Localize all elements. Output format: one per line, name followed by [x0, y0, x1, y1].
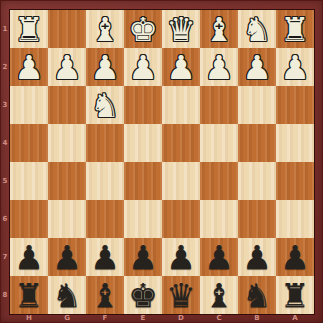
square-b1[interactable]: ♞ [238, 10, 276, 48]
black-knight-b8[interactable]: ♞ [238, 276, 276, 314]
square-c3[interactable] [200, 86, 238, 124]
black-pawn-e7[interactable]: ♟ [124, 238, 162, 276]
square-c1[interactable]: ♝ [200, 10, 238, 48]
file-label-d: D [162, 313, 200, 323]
rank-label-7: 7 [0, 238, 10, 276]
square-g1[interactable] [48, 10, 86, 48]
square-a3[interactable] [276, 86, 314, 124]
square-d6[interactable] [162, 200, 200, 238]
square-e7[interactable]: ♟ [124, 238, 162, 276]
black-king-e8[interactable]: ♚ [124, 276, 162, 314]
square-f7[interactable]: ♟ [86, 238, 124, 276]
black-pawn-h7[interactable]: ♟ [10, 238, 48, 276]
square-a4[interactable] [276, 124, 314, 162]
black-pawn-c7[interactable]: ♟ [200, 238, 238, 276]
file-label-c: C [200, 313, 238, 323]
square-e8[interactable]: ♚ [124, 276, 162, 314]
square-d7[interactable]: ♟ [162, 238, 200, 276]
white-rook-h1[interactable]: ♜ [10, 10, 48, 48]
black-pawn-d7[interactable]: ♟ [162, 238, 200, 276]
square-e5[interactable] [124, 162, 162, 200]
white-pawn-g2[interactable]: ♟ [48, 48, 86, 86]
rank-label-2: 2 [0, 48, 10, 86]
square-c4[interactable] [200, 124, 238, 162]
file-label-f: F [86, 313, 124, 323]
square-e4[interactable] [124, 124, 162, 162]
file-label-b: B [238, 313, 276, 323]
file-label-g: G [48, 313, 86, 323]
square-h6[interactable] [10, 200, 48, 238]
square-f5[interactable] [86, 162, 124, 200]
square-d3[interactable] [162, 86, 200, 124]
square-d8[interactable]: ♛ [162, 276, 200, 314]
square-b6[interactable] [238, 200, 276, 238]
square-c2[interactable]: ♟ [200, 48, 238, 86]
square-b5[interactable] [238, 162, 276, 200]
square-a5[interactable] [276, 162, 314, 200]
square-h1[interactable]: ♜ [10, 10, 48, 48]
square-a8[interactable]: ♜ [276, 276, 314, 314]
square-f2[interactable]: ♟ [86, 48, 124, 86]
square-c6[interactable] [200, 200, 238, 238]
black-queen-d8[interactable]: ♛ [162, 276, 200, 314]
square-b4[interactable] [238, 124, 276, 162]
black-pawn-a7[interactable]: ♟ [276, 238, 314, 276]
square-f1[interactable]: ♝ [86, 10, 124, 48]
white-pawn-d2[interactable]: ♟ [162, 48, 200, 86]
square-g4[interactable] [48, 124, 86, 162]
square-c8[interactable]: ♝ [200, 276, 238, 314]
square-b2[interactable]: ♟ [238, 48, 276, 86]
black-pawn-b7[interactable]: ♟ [238, 238, 276, 276]
square-a2[interactable]: ♟ [276, 48, 314, 86]
square-c7[interactable]: ♟ [200, 238, 238, 276]
square-g7[interactable]: ♟ [48, 238, 86, 276]
square-h8[interactable]: ♜ [10, 276, 48, 314]
square-h7[interactable]: ♟ [10, 238, 48, 276]
white-bishop-f1[interactable]: ♝ [86, 10, 124, 48]
white-knight-b1[interactable]: ♞ [238, 10, 276, 48]
square-d4[interactable] [162, 124, 200, 162]
square-b3[interactable] [238, 86, 276, 124]
rank-label-5: 5 [0, 162, 10, 200]
white-rook-a1[interactable]: ♜ [276, 10, 314, 48]
black-bishop-f8[interactable]: ♝ [86, 276, 124, 314]
white-pawn-f2[interactable]: ♟ [86, 48, 124, 86]
square-g5[interactable] [48, 162, 86, 200]
square-e1[interactable]: ♚ [124, 10, 162, 48]
chess-board: ♜♝♚♛♝♞♜♟♟♟♟♟♟♟♟♞♟♟♟♟♟♟♟♟♜♞♝♚♛♝♞♜ [10, 10, 314, 314]
white-pawn-c2[interactable]: ♟ [200, 48, 238, 86]
white-pawn-a2[interactable]: ♟ [276, 48, 314, 86]
rank-label-6: 6 [0, 200, 10, 238]
square-f4[interactable] [86, 124, 124, 162]
square-f3[interactable]: ♞ [86, 86, 124, 124]
black-pawn-f7[interactable]: ♟ [86, 238, 124, 276]
square-e3[interactable] [124, 86, 162, 124]
white-pawn-b2[interactable]: ♟ [238, 48, 276, 86]
white-pawn-e2[interactable]: ♟ [124, 48, 162, 86]
square-g3[interactable] [48, 86, 86, 124]
black-rook-a8[interactable]: ♜ [276, 276, 314, 314]
chess-board-frame: ♜♝♚♛♝♞♜♟♟♟♟♟♟♟♟♞♟♟♟♟♟♟♟♟♜♞♝♚♛♝♞♜ 1234567… [0, 0, 323, 323]
square-e6[interactable] [124, 200, 162, 238]
rank-label-3: 3 [0, 86, 10, 124]
square-d5[interactable] [162, 162, 200, 200]
square-a7[interactable]: ♟ [276, 238, 314, 276]
square-g2[interactable]: ♟ [48, 48, 86, 86]
square-g6[interactable] [48, 200, 86, 238]
square-b7[interactable]: ♟ [238, 238, 276, 276]
square-f8[interactable]: ♝ [86, 276, 124, 314]
square-d1[interactable]: ♛ [162, 10, 200, 48]
white-knight-f3[interactable]: ♞ [86, 86, 124, 124]
black-pawn-g7[interactable]: ♟ [48, 238, 86, 276]
white-king-e1[interactable]: ♚ [124, 10, 162, 48]
file-label-a: A [276, 313, 314, 323]
file-label-h: H [10, 313, 48, 323]
rank-label-8: 8 [0, 276, 10, 314]
rank-label-1: 1 [0, 10, 10, 48]
black-bishop-c8[interactable]: ♝ [200, 276, 238, 314]
square-h2[interactable]: ♟ [10, 48, 48, 86]
white-pawn-h2[interactable]: ♟ [10, 48, 48, 86]
square-a1[interactable]: ♜ [276, 10, 314, 48]
white-queen-d1[interactable]: ♛ [162, 10, 200, 48]
square-b8[interactable]: ♞ [238, 276, 276, 314]
square-c5[interactable] [200, 162, 238, 200]
black-rook-h8[interactable]: ♜ [10, 276, 48, 314]
square-h4[interactable] [10, 124, 48, 162]
square-d2[interactable]: ♟ [162, 48, 200, 86]
square-h5[interactable] [10, 162, 48, 200]
square-e2[interactable]: ♟ [124, 48, 162, 86]
white-bishop-c1[interactable]: ♝ [200, 10, 238, 48]
black-knight-g8[interactable]: ♞ [48, 276, 86, 314]
square-h3[interactable] [10, 86, 48, 124]
square-f6[interactable] [86, 200, 124, 238]
square-g8[interactable]: ♞ [48, 276, 86, 314]
square-a6[interactable] [276, 200, 314, 238]
file-label-e: E [124, 313, 162, 323]
rank-label-4: 4 [0, 124, 10, 162]
